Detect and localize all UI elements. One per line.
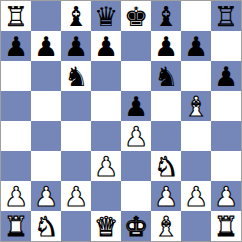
black-pawn[interactable]: ♟	[214, 63, 238, 90]
black-rook[interactable]: ♖	[4, 3, 28, 30]
white-pawn[interactable]: ♟	[124, 123, 148, 150]
black-pawn[interactable]: ♟	[64, 33, 88, 60]
square-g5[interactable]: ♝	[181, 91, 211, 121]
square-h7[interactable]	[211, 31, 241, 61]
square-b3[interactable]	[31, 151, 61, 181]
square-e3[interactable]	[121, 151, 151, 181]
black-bishop[interactable]: ♝	[154, 3, 178, 30]
square-b5[interactable]	[31, 91, 61, 121]
black-pawn[interactable]: ♟	[124, 93, 148, 120]
square-c8[interactable]: ♝	[61, 1, 91, 31]
black-rook[interactable]: ♖	[214, 3, 238, 30]
square-b6[interactable]	[31, 61, 61, 91]
white-rook[interactable]: ♜	[4, 213, 28, 240]
square-e6[interactable]	[121, 61, 151, 91]
square-g4[interactable]	[181, 121, 211, 151]
square-e8[interactable]: ♚	[121, 1, 151, 31]
white-pawn[interactable]: ♟	[154, 183, 178, 210]
white-rook[interactable]: ♜	[214, 213, 238, 240]
square-e5[interactable]: ♟	[121, 91, 151, 121]
square-a3[interactable]	[1, 151, 31, 181]
square-h4[interactable]	[211, 121, 241, 151]
square-d7[interactable]: ♟	[91, 31, 121, 61]
square-b4[interactable]	[31, 121, 61, 151]
square-g1[interactable]	[181, 211, 211, 241]
square-a4[interactable]	[1, 121, 31, 151]
chess-board: ♖♝♛♚♝♖♟♟♟♟♟♟♞♞♟♟♝♟♟♞♟♟♟♟♟♟♜♞♛♚♝♜	[0, 0, 242, 242]
square-g6[interactable]	[181, 61, 211, 91]
square-c1[interactable]	[61, 211, 91, 241]
square-d8[interactable]: ♛	[91, 1, 121, 31]
square-b8[interactable]	[31, 1, 61, 31]
white-pawn[interactable]: ♟	[94, 153, 118, 180]
square-h5[interactable]	[211, 91, 241, 121]
white-king[interactable]: ♚	[124, 213, 148, 240]
square-a1[interactable]: ♜	[1, 211, 31, 241]
square-f8[interactable]: ♝	[151, 1, 181, 31]
square-a7[interactable]: ♟	[1, 31, 31, 61]
square-g3[interactable]	[181, 151, 211, 181]
black-queen[interactable]: ♛	[94, 3, 118, 30]
square-f7[interactable]: ♟	[151, 31, 181, 61]
square-a8[interactable]: ♖	[1, 1, 31, 31]
square-b7[interactable]: ♟	[31, 31, 61, 61]
square-f1[interactable]: ♝	[151, 211, 181, 241]
square-c7[interactable]: ♟	[61, 31, 91, 61]
white-pawn[interactable]: ♟	[64, 183, 88, 210]
black-pawn[interactable]: ♟	[34, 33, 58, 60]
square-h3[interactable]	[211, 151, 241, 181]
black-knight[interactable]: ♞	[154, 63, 178, 90]
white-knight[interactable]: ♞	[154, 153, 178, 180]
white-knight[interactable]: ♞	[34, 213, 58, 240]
square-e1[interactable]: ♚	[121, 211, 151, 241]
black-pawn[interactable]: ♟	[154, 33, 178, 60]
square-g2[interactable]: ♟	[181, 181, 211, 211]
square-d6[interactable]	[91, 61, 121, 91]
square-c4[interactable]	[61, 121, 91, 151]
white-bishop[interactable]: ♝	[184, 93, 208, 120]
black-king[interactable]: ♚	[124, 3, 148, 30]
square-f3[interactable]: ♞	[151, 151, 181, 181]
square-e4[interactable]: ♟	[121, 121, 151, 151]
square-f2[interactable]: ♟	[151, 181, 181, 211]
white-pawn[interactable]: ♟	[4, 183, 28, 210]
black-pawn[interactable]: ♟	[4, 33, 28, 60]
white-pawn[interactable]: ♟	[214, 183, 238, 210]
square-c3[interactable]	[61, 151, 91, 181]
black-bishop[interactable]: ♝	[64, 3, 88, 30]
square-e7[interactable]	[121, 31, 151, 61]
black-knight[interactable]: ♞	[64, 63, 88, 90]
square-a6[interactable]	[1, 61, 31, 91]
square-f4[interactable]	[151, 121, 181, 151]
square-d3[interactable]: ♟	[91, 151, 121, 181]
square-a2[interactable]: ♟	[1, 181, 31, 211]
square-a5[interactable]	[1, 91, 31, 121]
square-d5[interactable]	[91, 91, 121, 121]
square-h2[interactable]: ♟	[211, 181, 241, 211]
square-c2[interactable]: ♟	[61, 181, 91, 211]
square-b2[interactable]: ♟	[31, 181, 61, 211]
black-pawn[interactable]: ♟	[184, 33, 208, 60]
square-g8[interactable]	[181, 1, 211, 31]
black-pawn[interactable]: ♟	[94, 33, 118, 60]
square-f6[interactable]: ♞	[151, 61, 181, 91]
white-pawn[interactable]: ♟	[34, 183, 58, 210]
white-pawn[interactable]: ♟	[184, 183, 208, 210]
white-bishop[interactable]: ♝	[154, 213, 178, 240]
square-d4[interactable]	[91, 121, 121, 151]
square-g7[interactable]: ♟	[181, 31, 211, 61]
square-h8[interactable]: ♖	[211, 1, 241, 31]
square-c5[interactable]	[61, 91, 91, 121]
square-c6[interactable]: ♞	[61, 61, 91, 91]
square-b1[interactable]: ♞	[31, 211, 61, 241]
square-f5[interactable]	[151, 91, 181, 121]
square-e2[interactable]	[121, 181, 151, 211]
square-h6[interactable]: ♟	[211, 61, 241, 91]
square-d2[interactable]	[91, 181, 121, 211]
white-queen[interactable]: ♛	[94, 213, 118, 240]
square-d1[interactable]: ♛	[91, 211, 121, 241]
square-h1[interactable]: ♜	[211, 211, 241, 241]
